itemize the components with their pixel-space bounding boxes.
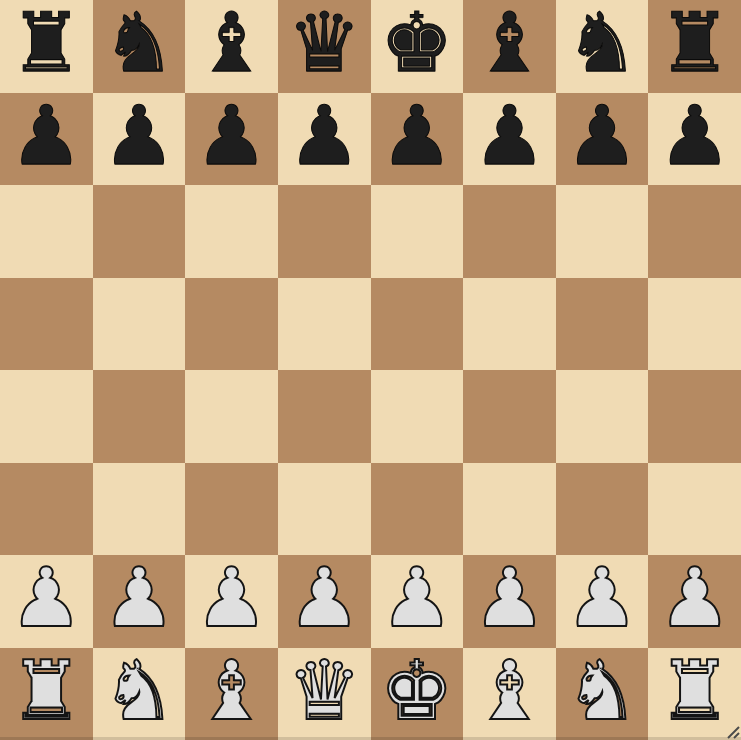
square-b5[interactable] (93, 278, 186, 371)
square-h2[interactable]: ♟ (648, 555, 741, 648)
piece-black-bishop[interactable]: ♝ (195, 2, 269, 84)
piece-white-knight[interactable]: ♞ (565, 650, 639, 732)
square-b1[interactable]: ♞ (93, 648, 186, 740)
square-g8[interactable]: ♞ (556, 0, 649, 93)
piece-black-knight[interactable]: ♞ (102, 2, 176, 84)
square-h3[interactable] (648, 463, 741, 556)
square-e7[interactable]: ♟ (371, 93, 464, 186)
square-e2[interactable]: ♟ (371, 555, 464, 648)
square-c4[interactable] (185, 370, 278, 463)
square-g5[interactable] (556, 278, 649, 371)
piece-black-bishop[interactable]: ♝ (473, 2, 547, 84)
piece-white-pawn[interactable]: ♟ (102, 557, 176, 639)
square-b7[interactable]: ♟ (93, 93, 186, 186)
square-f8[interactable]: ♝ (463, 0, 556, 93)
piece-white-knight[interactable]: ♞ (102, 650, 176, 732)
square-a6[interactable] (0, 185, 93, 278)
square-h7[interactable]: ♟ (648, 93, 741, 186)
piece-black-pawn[interactable]: ♟ (10, 95, 84, 177)
square-f5[interactable] (463, 278, 556, 371)
square-e3[interactable] (371, 463, 464, 556)
piece-white-rook[interactable]: ♜ (10, 650, 84, 732)
square-f4[interactable] (463, 370, 556, 463)
piece-black-rook[interactable]: ♜ (10, 2, 84, 84)
resize-grip-icon[interactable] (722, 721, 740, 739)
piece-black-pawn[interactable]: ♟ (287, 95, 361, 177)
square-f1[interactable]: ♝ (463, 648, 556, 740)
square-g6[interactable] (556, 185, 649, 278)
piece-black-pawn[interactable]: ♟ (195, 95, 269, 177)
square-c3[interactable] (185, 463, 278, 556)
piece-black-pawn[interactable]: ♟ (473, 95, 547, 177)
piece-black-pawn[interactable]: ♟ (380, 95, 454, 177)
square-b3[interactable] (93, 463, 186, 556)
piece-white-king[interactable]: ♚ (380, 650, 454, 732)
square-b6[interactable] (93, 185, 186, 278)
piece-black-pawn[interactable]: ♟ (565, 95, 639, 177)
square-h6[interactable] (648, 185, 741, 278)
square-d2[interactable]: ♟ (278, 555, 371, 648)
square-c5[interactable] (185, 278, 278, 371)
piece-white-pawn[interactable]: ♟ (565, 557, 639, 639)
square-g3[interactable] (556, 463, 649, 556)
square-h4[interactable] (648, 370, 741, 463)
square-a2[interactable]: ♟ (0, 555, 93, 648)
square-c8[interactable]: ♝ (185, 0, 278, 93)
piece-white-pawn[interactable]: ♟ (195, 557, 269, 639)
piece-black-pawn[interactable]: ♟ (658, 95, 732, 177)
square-d8[interactable]: ♛ (278, 0, 371, 93)
square-e1[interactable]: ♚ (371, 648, 464, 740)
square-h8[interactable]: ♜ (648, 0, 741, 93)
square-d5[interactable] (278, 278, 371, 371)
piece-black-knight[interactable]: ♞ (565, 2, 639, 84)
square-c6[interactable] (185, 185, 278, 278)
square-b4[interactable] (93, 370, 186, 463)
square-a3[interactable] (0, 463, 93, 556)
square-g4[interactable] (556, 370, 649, 463)
piece-black-rook[interactable]: ♜ (658, 2, 732, 84)
square-b8[interactable]: ♞ (93, 0, 186, 93)
piece-white-bishop[interactable]: ♝ (195, 650, 269, 732)
square-a8[interactable]: ♜ (0, 0, 93, 93)
square-h5[interactable] (648, 278, 741, 371)
piece-white-pawn[interactable]: ♟ (380, 557, 454, 639)
square-c1[interactable]: ♝ (185, 648, 278, 740)
square-g1[interactable]: ♞ (556, 648, 649, 740)
square-a7[interactable]: ♟ (0, 93, 93, 186)
piece-black-pawn[interactable]: ♟ (102, 95, 176, 177)
piece-white-pawn[interactable]: ♟ (658, 557, 732, 639)
square-d3[interactable] (278, 463, 371, 556)
square-d4[interactable] (278, 370, 371, 463)
square-a4[interactable] (0, 370, 93, 463)
square-g2[interactable]: ♟ (556, 555, 649, 648)
square-e4[interactable] (371, 370, 464, 463)
piece-black-king[interactable]: ♚ (380, 2, 454, 84)
square-c7[interactable]: ♟ (185, 93, 278, 186)
square-d7[interactable]: ♟ (278, 93, 371, 186)
piece-white-pawn[interactable]: ♟ (10, 557, 84, 639)
chess-board: ♜♞♝♛♚♝♞♜♟♟♟♟♟♟♟♟♟♟♟♟♟♟♟♟♜♞♝♛♚♝♞♜ (0, 0, 741, 740)
square-e8[interactable]: ♚ (371, 0, 464, 93)
piece-white-bishop[interactable]: ♝ (473, 650, 547, 732)
square-a5[interactable] (0, 278, 93, 371)
square-f6[interactable] (463, 185, 556, 278)
piece-white-rook[interactable]: ♜ (658, 650, 732, 732)
square-f3[interactable] (463, 463, 556, 556)
piece-white-queen[interactable]: ♛ (287, 650, 361, 732)
piece-white-pawn[interactable]: ♟ (473, 557, 547, 639)
square-d6[interactable] (278, 185, 371, 278)
piece-white-pawn[interactable]: ♟ (287, 557, 361, 639)
square-e6[interactable] (371, 185, 464, 278)
square-d1[interactable]: ♛ (278, 648, 371, 740)
square-g7[interactable]: ♟ (556, 93, 649, 186)
square-c2[interactable]: ♟ (185, 555, 278, 648)
square-f2[interactable]: ♟ (463, 555, 556, 648)
square-f7[interactable]: ♟ (463, 93, 556, 186)
square-e5[interactable] (371, 278, 464, 371)
square-b2[interactable]: ♟ (93, 555, 186, 648)
piece-black-queen[interactable]: ♛ (287, 2, 361, 84)
chess-app-window: ♜♞♝♛♚♝♞♜♟♟♟♟♟♟♟♟♟♟♟♟♟♟♟♟♜♞♝♛♚♝♞♜ (0, 0, 741, 740)
square-a1[interactable]: ♜ (0, 648, 93, 740)
